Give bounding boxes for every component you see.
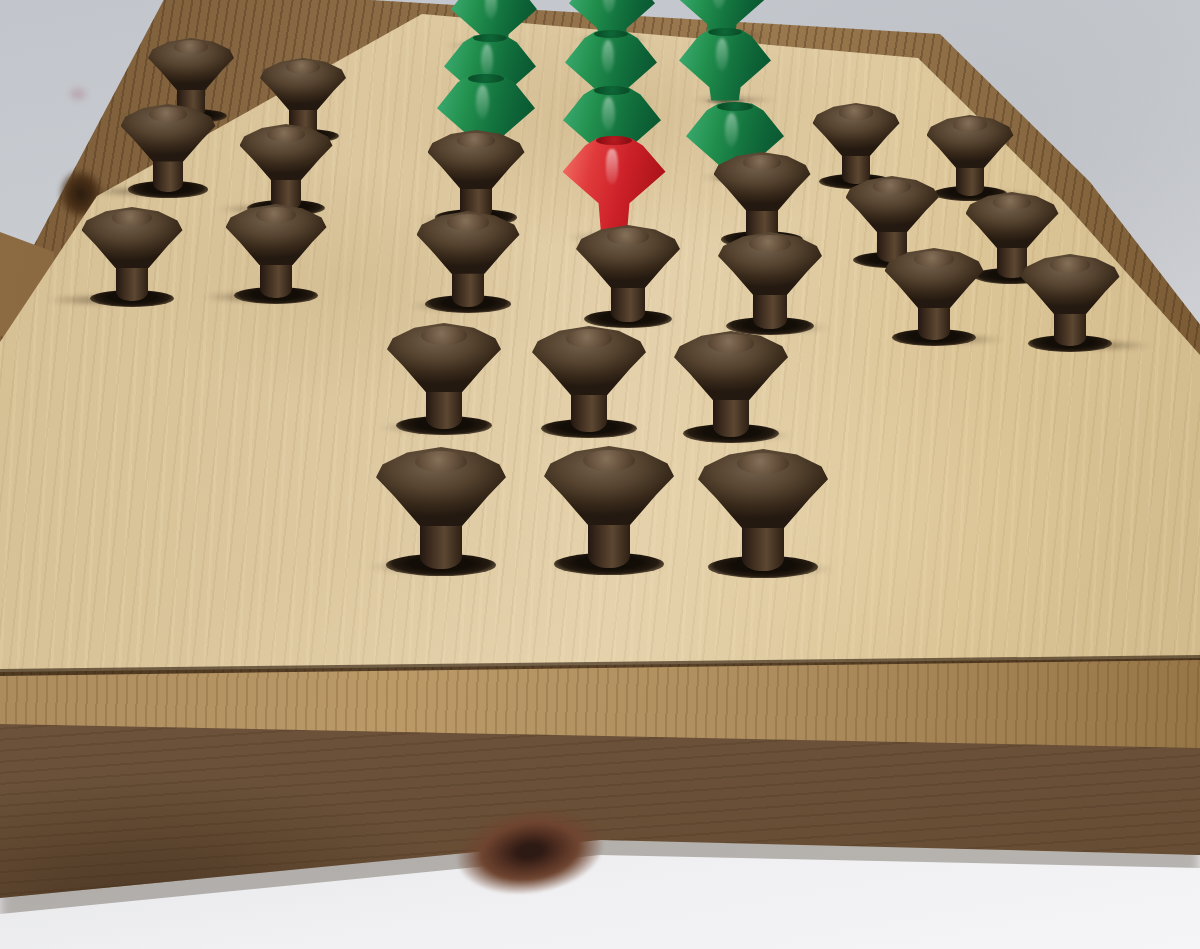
brown-peg-r6c3[interactable]	[387, 323, 501, 431]
peg-sheen	[716, 38, 728, 71]
peg-topdisc	[468, 74, 503, 83]
brown-peg-r4c3[interactable]	[428, 130, 525, 222]
brown-peg-r6c5[interactable]	[674, 331, 788, 439]
peg-topdisc	[993, 195, 1030, 210]
brown-peg-r6c4[interactable]	[532, 326, 646, 434]
brown-peg-r5c3[interactable]	[417, 211, 520, 309]
brown-peg-r4c2[interactable]	[240, 124, 333, 212]
peg-topdisc	[914, 251, 954, 267]
green-peg-r2c5[interactable]	[679, 28, 771, 102]
brown-peg-r5c6[interactable]	[885, 248, 984, 342]
brown-peg-r4c1[interactable]	[121, 104, 216, 194]
brown-peg-r5c4[interactable]	[576, 225, 680, 324]
peg-topdisc	[708, 334, 754, 352]
photo-scene	[0, 0, 1200, 949]
brown-peg-r3c6[interactable]	[813, 103, 900, 186]
peg-topdisc	[839, 105, 874, 119]
peg-topdisc	[708, 28, 741, 36]
peg-topdisc	[149, 107, 187, 122]
peg-topdisc	[421, 326, 467, 344]
peg-sheen	[476, 85, 489, 119]
brown-peg-r7c4[interactable]	[544, 446, 674, 570]
peg-topdisc	[749, 235, 791, 252]
brown-peg-r3c7[interactable]	[927, 115, 1014, 198]
peg-topdisc	[717, 102, 752, 111]
brown-peg-r4c5[interactable]	[714, 152, 811, 244]
wall-smudge	[70, 88, 86, 100]
brown-peg-r5c1[interactable]	[82, 207, 183, 303]
brown-peg-r7c5[interactable]	[698, 449, 828, 573]
peg-sheen	[602, 40, 614, 73]
peg-topdisc	[473, 34, 506, 42]
peg-topdisc	[594, 30, 627, 38]
brown-peg-r5c5[interactable]	[718, 232, 822, 331]
brown-peg-r7c3[interactable]	[376, 447, 506, 571]
peg-topdisc	[415, 451, 467, 472]
peg-topdisc	[873, 179, 910, 194]
peg-topdisc	[607, 228, 649, 245]
peg-sheen	[725, 113, 738, 147]
peg-topdisc	[1050, 257, 1090, 273]
brown-peg-r5c2[interactable]	[226, 204, 327, 300]
peg-sheen	[481, 44, 493, 77]
peg-topdisc	[566, 329, 612, 347]
peg-topdisc	[583, 450, 635, 471]
peg-topdisc	[267, 127, 304, 142]
peg-sheen	[602, 97, 615, 131]
peg-topdisc	[447, 214, 488, 231]
peg-sheen	[606, 149, 618, 185]
peg-topdisc	[737, 453, 789, 474]
peg-topdisc	[594, 86, 629, 95]
brown-peg-r5c7[interactable]	[1021, 254, 1120, 348]
peg-topdisc	[953, 117, 988, 131]
